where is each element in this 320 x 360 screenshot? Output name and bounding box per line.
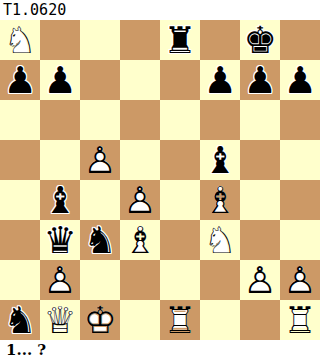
square-g4[interactable] (240, 180, 280, 220)
square-f2[interactable] (200, 260, 240, 300)
square-e7[interactable] (160, 60, 200, 100)
square-a3[interactable] (0, 220, 40, 260)
square-g5[interactable] (240, 140, 280, 180)
square-d5[interactable] (120, 140, 160, 180)
white-pawn: ♟♙ (280, 260, 320, 300)
square-b5[interactable] (40, 140, 80, 180)
square-e4[interactable] (160, 180, 200, 220)
square-f3[interactable]: ♞♘ (200, 220, 240, 260)
square-h7[interactable]: ♟ (280, 60, 320, 100)
black-pawn: ♟ (240, 60, 280, 100)
square-c4[interactable] (80, 180, 120, 220)
move-prompt: 1... ? (0, 340, 320, 360)
square-b6[interactable] (40, 100, 80, 140)
square-f8[interactable] (200, 20, 240, 60)
black-knight: ♞ (80, 220, 120, 260)
square-a2[interactable] (0, 260, 40, 300)
square-b8[interactable] (40, 20, 80, 60)
square-b2[interactable]: ♟♙ (40, 260, 80, 300)
square-c2[interactable] (80, 260, 120, 300)
square-h2[interactable]: ♟♙ (280, 260, 320, 300)
square-g8[interactable]: ♚ (240, 20, 280, 60)
black-pawn: ♟ (0, 60, 40, 100)
square-e5[interactable] (160, 140, 200, 180)
square-e6[interactable] (160, 100, 200, 140)
square-b3[interactable]: ♛ (40, 220, 80, 260)
chess-board: ♞♘♜♚♟♟♟♟♟♟♙♝♝♟♙♝♗♛♞♝♗♞♘♟♙♟♙♟♙♞♛♕♚♔♜♖♜♖ (0, 20, 320, 340)
puzzle-title: T1.0620 (0, 0, 320, 20)
square-a8[interactable]: ♞♘ (0, 20, 40, 60)
square-a1[interactable]: ♞ (0, 300, 40, 340)
white-knight: ♞♘ (0, 20, 40, 60)
black-knight: ♞ (0, 300, 40, 340)
black-pawn: ♟ (200, 60, 240, 100)
square-g6[interactable] (240, 100, 280, 140)
white-knight: ♞♘ (200, 220, 240, 260)
square-d6[interactable] (120, 100, 160, 140)
white-pawn: ♟♙ (40, 260, 80, 300)
white-pawn: ♟♙ (120, 180, 160, 220)
square-h6[interactable] (280, 100, 320, 140)
square-a6[interactable] (0, 100, 40, 140)
black-bishop: ♝ (200, 140, 240, 180)
square-e2[interactable] (160, 260, 200, 300)
square-c7[interactable] (80, 60, 120, 100)
white-king: ♚♔ (80, 300, 120, 340)
square-c5[interactable]: ♟♙ (80, 140, 120, 180)
square-b7[interactable]: ♟ (40, 60, 80, 100)
square-g2[interactable]: ♟♙ (240, 260, 280, 300)
square-b1[interactable]: ♛♕ (40, 300, 80, 340)
square-b4[interactable]: ♝ (40, 180, 80, 220)
square-e3[interactable] (160, 220, 200, 260)
square-f5[interactable]: ♝ (200, 140, 240, 180)
white-bishop: ♝♗ (200, 180, 240, 220)
square-d8[interactable] (120, 20, 160, 60)
white-queen: ♛♕ (40, 300, 80, 340)
black-queen: ♛ (40, 220, 80, 260)
square-h4[interactable] (280, 180, 320, 220)
black-rook: ♜ (160, 20, 200, 60)
black-bishop: ♝ (40, 180, 80, 220)
square-e1[interactable]: ♜♖ (160, 300, 200, 340)
square-g7[interactable]: ♟ (240, 60, 280, 100)
square-a5[interactable] (0, 140, 40, 180)
square-g1[interactable] (240, 300, 280, 340)
square-f4[interactable]: ♝♗ (200, 180, 240, 220)
square-c8[interactable] (80, 20, 120, 60)
square-h8[interactable] (280, 20, 320, 60)
white-pawn: ♟♙ (80, 140, 120, 180)
square-d3[interactable]: ♝♗ (120, 220, 160, 260)
white-pawn: ♟♙ (240, 260, 280, 300)
square-c3[interactable]: ♞ (80, 220, 120, 260)
square-a7[interactable]: ♟ (0, 60, 40, 100)
black-pawn: ♟ (280, 60, 320, 100)
square-d2[interactable] (120, 260, 160, 300)
square-h3[interactable] (280, 220, 320, 260)
black-king: ♚ (240, 20, 280, 60)
square-e8[interactable]: ♜ (160, 20, 200, 60)
white-rook: ♜♖ (160, 300, 200, 340)
white-rook: ♜♖ (280, 300, 320, 340)
square-d1[interactable] (120, 300, 160, 340)
square-c1[interactable]: ♚♔ (80, 300, 120, 340)
square-d4[interactable]: ♟♙ (120, 180, 160, 220)
square-a4[interactable] (0, 180, 40, 220)
square-d7[interactable] (120, 60, 160, 100)
square-g3[interactable] (240, 220, 280, 260)
square-f1[interactable] (200, 300, 240, 340)
square-c6[interactable] (80, 100, 120, 140)
square-h1[interactable]: ♜♖ (280, 300, 320, 340)
chess-diagram-window: T1.0620 ♞♘♜♚♟♟♟♟♟♟♙♝♝♟♙♝♗♛♞♝♗♞♘♟♙♟♙♟♙♞♛♕… (0, 0, 320, 360)
white-bishop: ♝♗ (120, 220, 160, 260)
square-f7[interactable]: ♟ (200, 60, 240, 100)
square-h5[interactable] (280, 140, 320, 180)
square-f6[interactable] (200, 100, 240, 140)
black-pawn: ♟ (40, 60, 80, 100)
